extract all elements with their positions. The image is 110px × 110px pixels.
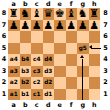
black-piece-e8: ♚ — [55, 8, 65, 20]
square-b5[interactable] — [20, 43, 32, 55]
arrowhead-left-icon — [89, 45, 92, 49]
square-coordinate-label-d4: d4 — [44, 54, 52, 66]
file-label-top-g: g — [77, 0, 89, 8]
rank-label-left-5: 5 — [0, 43, 8, 55]
square-coordinate-label-a1: a1 — [10, 89, 18, 101]
square-d5[interactable] — [43, 43, 55, 55]
arrow-fileg-to-g5 — [82, 59, 83, 101]
file-label-top-a: a — [8, 0, 20, 8]
square-coordinate-label-b2: b2 — [21, 77, 29, 89]
square-f1[interactable] — [66, 89, 78, 101]
rank-label-right-1: 1 — [101, 89, 110, 101]
square-c2[interactable]: c2 — [31, 77, 43, 89]
square-coordinate-label-a4: a4 — [10, 54, 18, 66]
square-g7[interactable]: ♟ — [77, 20, 89, 32]
file-label-bottom-b: b — [20, 101, 32, 110]
square-a2[interactable]: a2 — [8, 77, 20, 89]
square-c3[interactable]: c3 — [31, 66, 43, 78]
rank-label-right-5: 5 — [101, 43, 110, 55]
rank-label-left-2: 2 — [0, 77, 8, 89]
black-piece-a8: ♜ — [9, 8, 19, 20]
square-coordinate-label-c3: c3 — [33, 66, 40, 78]
square-g5[interactable]: g5 — [77, 43, 89, 55]
file-label-bottom-g: g — [77, 101, 89, 110]
rank-label-right-7: 7 — [101, 20, 110, 32]
file-label-bottom-f: f — [66, 101, 78, 110]
square-f2[interactable] — [66, 77, 78, 89]
square-coordinate-label-c2: c2 — [33, 77, 40, 89]
square-b6[interactable] — [20, 31, 32, 43]
square-g8[interactable]: ♞ — [77, 8, 89, 20]
chess-board: ♜♞♝♛♚♝♞♜♟♟♟♟♟♟♟♟g5a4b4c4d4a3b3c3d3a2b2c2… — [8, 8, 100, 100]
file-label-top-d: d — [43, 0, 55, 8]
square-coordinate-label-c1: c1 — [33, 89, 40, 101]
square-h2[interactable] — [89, 77, 101, 89]
square-e1[interactable] — [54, 89, 66, 101]
square-coordinate-label-d1: d1 — [44, 89, 52, 101]
square-coordinate-label-c4: c4 — [33, 54, 40, 66]
square-f3[interactable] — [66, 66, 78, 78]
square-d7[interactable]: ♟ — [43, 20, 55, 32]
rank-label-left-1: 1 — [0, 89, 8, 101]
square-e7[interactable]: ♟ — [54, 20, 66, 32]
square-c5[interactable] — [31, 43, 43, 55]
square-coordinate-label-a3: a3 — [10, 66, 18, 78]
file-label-bottom-c: c — [31, 101, 43, 110]
square-b7[interactable]: ♟ — [20, 20, 32, 32]
square-coordinate-label-b1: b1 — [21, 89, 29, 101]
square-coordinate-label-g5: g5 — [79, 43, 87, 55]
square-coordinate-label-d3: d3 — [44, 66, 52, 78]
square-a3[interactable]: a3 — [8, 66, 20, 78]
square-h7[interactable]: ♟ — [89, 20, 101, 32]
square-d1[interactable]: d1 — [43, 89, 55, 101]
square-h1[interactable] — [89, 89, 101, 101]
file-label-bottom-h: h — [89, 101, 101, 110]
arrow-rank5-to-g5 — [91, 48, 101, 49]
square-d4[interactable]: d4 — [43, 54, 55, 66]
square-a6[interactable] — [8, 31, 20, 43]
file-label-top-h: h — [89, 0, 101, 8]
square-e5[interactable] — [54, 43, 66, 55]
square-e6[interactable] — [54, 31, 66, 43]
black-piece-d7: ♟ — [43, 20, 53, 32]
square-d8[interactable]: ♛ — [43, 8, 55, 20]
square-coordinate-label-b3: b3 — [21, 66, 29, 78]
rank-label-right-2: 2 — [101, 77, 110, 89]
square-b3[interactable]: b3 — [20, 66, 32, 78]
square-a7[interactable]: ♟ — [8, 20, 20, 32]
black-piece-d8: ♛ — [43, 8, 53, 20]
black-piece-e7: ♟ — [55, 20, 65, 32]
square-d2[interactable]: d2 — [43, 77, 55, 89]
black-piece-f8: ♝ — [66, 8, 76, 20]
square-c6[interactable] — [31, 31, 43, 43]
black-piece-h7: ♟ — [89, 20, 99, 32]
square-coordinate-label-a2: a2 — [10, 77, 18, 89]
square-coordinate-label-b4: b4 — [21, 54, 29, 66]
square-b1[interactable]: b1 — [20, 89, 32, 101]
square-f8[interactable]: ♝ — [66, 8, 78, 20]
rank-label-right-8: 8 — [101, 8, 110, 20]
square-d3[interactable]: d3 — [43, 66, 55, 78]
file-label-top-c: c — [31, 0, 43, 8]
square-coordinate-label-d2: d2 — [44, 77, 52, 89]
square-e4[interactable] — [54, 54, 66, 66]
square-f5[interactable] — [66, 43, 78, 55]
square-b4[interactable]: b4 — [20, 54, 32, 66]
square-a1[interactable]: a1 — [8, 89, 20, 101]
black-piece-c8: ♝ — [32, 8, 42, 20]
square-g6[interactable] — [77, 31, 89, 43]
square-h6[interactable] — [89, 31, 101, 43]
square-e3[interactable] — [54, 66, 66, 78]
rank-label-left-3: 3 — [0, 66, 8, 78]
file-label-top-f: f — [66, 0, 78, 8]
file-label-bottom-a: a — [8, 101, 20, 110]
rank-label-right-4: 4 — [101, 54, 110, 66]
rank-label-right-3: 3 — [101, 66, 110, 78]
rank-label-right-6: 6 — [101, 31, 110, 43]
arrowhead-up-icon — [80, 55, 84, 58]
square-f6[interactable] — [66, 31, 78, 43]
black-piece-h8: ♜ — [89, 8, 99, 20]
black-piece-c7: ♟ — [32, 20, 42, 32]
chess-notation-diagram: ♜♞♝♛♚♝♞♜♟♟♟♟♟♟♟♟g5a4b4c4d4a3b3c3d3a2b2c2… — [0, 0, 110, 110]
square-b8[interactable]: ♞ — [20, 8, 32, 20]
black-piece-a7: ♟ — [9, 20, 19, 32]
square-a8[interactable]: ♜ — [8, 8, 20, 20]
square-e2[interactable] — [54, 77, 66, 89]
file-label-top-b: b — [20, 0, 32, 8]
square-c1[interactable]: c1 — [31, 89, 43, 101]
square-e8[interactable]: ♚ — [54, 8, 66, 20]
square-a4[interactable]: a4 — [8, 54, 20, 66]
rank-label-left-6: 6 — [0, 31, 8, 43]
black-piece-g7: ♟ — [78, 20, 88, 32]
rank-label-left-7: 7 — [0, 20, 8, 32]
file-label-bottom-d: d — [43, 101, 55, 110]
rank-label-left-8: 8 — [0, 8, 8, 20]
square-c4[interactable]: c4 — [31, 54, 43, 66]
square-h4[interactable] — [89, 54, 101, 66]
black-piece-f7: ♟ — [66, 20, 76, 32]
file-label-bottom-e: e — [54, 101, 66, 110]
square-c7[interactable]: ♟ — [31, 20, 43, 32]
square-b2[interactable]: b2 — [20, 77, 32, 89]
black-piece-g8: ♞ — [78, 8, 88, 20]
square-d6[interactable] — [43, 31, 55, 43]
rank-label-left-4: 4 — [0, 54, 8, 66]
square-a5[interactable] — [8, 43, 20, 55]
black-piece-b8: ♞ — [20, 8, 30, 20]
square-h3[interactable] — [89, 66, 101, 78]
black-piece-b7: ♟ — [20, 20, 30, 32]
square-c8[interactable]: ♝ — [31, 8, 43, 20]
file-label-top-e: e — [54, 0, 66, 8]
square-f4[interactable] — [66, 54, 78, 66]
square-h8[interactable]: ♜ — [89, 8, 101, 20]
square-f7[interactable]: ♟ — [66, 20, 78, 32]
